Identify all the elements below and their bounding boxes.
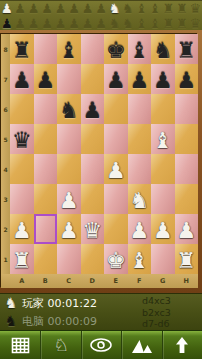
square-h6[interactable] <box>175 94 199 124</box>
square-g2[interactable]: ♟ <box>151 214 175 244</box>
piece-black-rook: ♜ <box>176 38 196 64</box>
captured-white-pawn-icon: ♟ <box>1 2 13 15</box>
tray-slot-white-pawn: ♟ <box>54 1 67 16</box>
rank-label-2: 2 <box>1 214 10 244</box>
piece-white-rook: ♜ <box>12 248 32 274</box>
square-g3[interactable] <box>151 184 175 214</box>
square-d1[interactable] <box>81 244 105 274</box>
rank-label-1: 1 <box>1 244 10 274</box>
square-g8[interactable]: ♞ <box>151 34 175 64</box>
piece-white-bishop: ♝ <box>153 128 173 154</box>
square-e1[interactable]: ♚ <box>104 244 128 274</box>
rank-labels: 87654321 <box>1 34 10 274</box>
knight-icon: ♘ <box>53 337 68 354</box>
ghost-black-bishop-icon: ♝ <box>136 17 148 30</box>
arrow-up-icon <box>175 336 189 354</box>
file-label-f: F <box>128 277 152 285</box>
square-b6[interactable] <box>34 94 58 124</box>
square-a5[interactable]: ♛ <box>10 124 34 154</box>
ghost-white-pawn-icon: ♟ <box>28 2 40 15</box>
rank-label-7: 7 <box>1 64 10 94</box>
tray-slot-black-knight: ♞ <box>121 16 134 31</box>
player-name-and-clock: 电脑 00:00:09 <box>22 314 97 329</box>
square-b2[interactable] <box>34 214 58 244</box>
tray-slot-black-pawn: ♟ <box>81 16 94 31</box>
tray-slot-white-pawn: ♟ <box>94 1 107 16</box>
piece-black-pawn: ♟ <box>12 68 32 94</box>
tray-slot-black-pawn: ♟ <box>40 16 53 31</box>
captured-black-pawn-icon: ♟ <box>1 17 13 30</box>
square-c8[interactable]: ♝ <box>57 34 81 64</box>
piece-black-pawn: ♟ <box>129 68 149 94</box>
tray-slot-white-knight: ♞ <box>108 1 121 16</box>
square-f6[interactable] <box>128 94 152 124</box>
square-g6[interactable] <box>151 94 175 124</box>
square-f4[interactable] <box>128 154 152 184</box>
tray-slot-black-bishop: ♝ <box>148 16 161 31</box>
ghost-black-pawn-icon: ♟ <box>41 17 53 30</box>
square-e8[interactable]: ♚ <box>104 34 128 64</box>
square-a1[interactable]: ♜ <box>10 244 34 274</box>
toolbar-button-grid[interactable] <box>0 331 40 359</box>
piece-white-pawn: ♟ <box>153 218 173 244</box>
ghost-black-pawn-icon: ♟ <box>14 17 26 30</box>
tray-slot-white-pawn: ♟ <box>81 1 94 16</box>
ghost-black-knight-icon: ♞ <box>122 17 134 30</box>
square-h3[interactable] <box>175 184 199 214</box>
square-f2[interactable]: ♟ <box>128 214 152 244</box>
square-d4[interactable] <box>81 154 105 184</box>
ghost-white-bishop-icon: ♝ <box>149 2 161 15</box>
bottom-toolbar: ♘ <box>0 330 202 359</box>
file-labels: ABCDEFGH <box>1 274 198 288</box>
tray-slot-black-pawn: ♟ <box>94 16 107 31</box>
ghost-white-rook-icon: ♜ <box>176 2 188 15</box>
rank-label-4: 4 <box>1 154 10 184</box>
captured-white-knight-icon: ♞ <box>109 2 121 15</box>
ghost-white-bishop-icon: ♝ <box>136 2 148 15</box>
square-h1[interactable]: ♜ <box>175 244 199 274</box>
tray-slot-black-rook: ♜ <box>175 16 188 31</box>
toolbar-button-eye[interactable] <box>81 331 121 359</box>
square-a2[interactable]: ♟ <box>10 214 34 244</box>
tray-slot-black-knight: ♞ <box>108 16 121 31</box>
player-name-and-clock: 玩家 00:01:22 <box>22 296 97 311</box>
square-e6[interactable] <box>104 94 128 124</box>
file-label-a: A <box>10 277 34 285</box>
move-entry: b2xc3 <box>142 307 186 319</box>
piece-black-bishop: ♝ <box>59 38 79 64</box>
piece-black-king: ♚ <box>106 38 126 64</box>
rank-label-6: 6 <box>1 94 10 124</box>
captured-white-row: ♟♟♟♟♟♟♟♟♞♞♝♝♜♜♛ <box>0 1 202 16</box>
square-d8[interactable] <box>81 34 105 64</box>
piece-white-pawn: ♟ <box>59 188 79 214</box>
tray-slot-white-rook: ♜ <box>175 1 188 16</box>
square-c1[interactable] <box>57 244 81 274</box>
triangles-icon <box>131 337 153 354</box>
board-frame: 87654321 ♜♝♚♝♞♜♟♟♟♟♟♟♞♟♛♝♟♟♞♟♟♛♟♟♟♜♚♝♜ A… <box>0 30 202 293</box>
file-label-c: C <box>57 277 81 285</box>
tray-slot-white-pawn: ♟ <box>0 1 13 16</box>
square-f8[interactable]: ♝ <box>128 34 152 64</box>
tray-slot-white-bishop: ♝ <box>148 1 161 16</box>
move-entry: d7-d6 <box>142 318 186 330</box>
ghost-white-pawn-icon: ♟ <box>14 2 26 15</box>
tray-slot-white-queen: ♛ <box>189 1 202 16</box>
tray-slot-black-pawn: ♟ <box>54 16 67 31</box>
game-info-bar: ♞玩家 00:01:22♞电脑 00:00:09 d4xc3b2xc3d7-d6 <box>0 293 202 330</box>
square-b5[interactable] <box>34 124 58 154</box>
tray-slot-black-bishop: ♝ <box>135 16 148 31</box>
ghost-black-bishop-icon: ♝ <box>149 17 161 30</box>
chess-board: 87654321 ♜♝♚♝♞♜♟♟♟♟♟♟♞♟♛♝♟♟♞♟♟♛♟♟♟♜♚♝♜ A… <box>0 33 197 287</box>
square-d7[interactable] <box>81 64 105 94</box>
tray-slot-white-pawn: ♟ <box>13 1 26 16</box>
square-e4[interactable]: ♟ <box>104 154 128 184</box>
tray-slot-white-bishop: ♝ <box>135 1 148 16</box>
piece-black-pawn: ♟ <box>153 68 173 94</box>
grid-icon <box>11 337 30 354</box>
rank-label-3: 3 <box>1 184 10 214</box>
tray-slot-white-knight: ♞ <box>121 1 134 16</box>
piece-white-pawn: ♟ <box>59 218 79 244</box>
piece-black-knight: ♞ <box>153 38 173 64</box>
ghost-black-rook-icon: ♜ <box>163 17 175 30</box>
board-squares: ♜♝♚♝♞♜♟♟♟♟♟♟♞♟♛♝♟♟♞♟♟♛♟♟♟♜♚♝♜ <box>10 34 198 274</box>
square-a4[interactable] <box>10 154 34 184</box>
square-g1[interactable] <box>151 244 175 274</box>
square-g7[interactable]: ♟ <box>151 64 175 94</box>
rank-label-5: 5 <box>1 124 10 154</box>
piece-white-queen: ♛ <box>82 218 102 244</box>
ghost-white-pawn-icon: ♟ <box>41 2 53 15</box>
square-h8[interactable]: ♜ <box>175 34 199 64</box>
square-b8[interactable] <box>34 34 58 64</box>
ghost-white-pawn-icon: ♟ <box>55 2 67 15</box>
square-c3[interactable]: ♟ <box>57 184 81 214</box>
square-d6[interactable]: ♟ <box>81 94 105 124</box>
piece-black-queen: ♛ <box>12 128 32 154</box>
square-b7[interactable]: ♟ <box>34 64 58 94</box>
piece-white-rook: ♜ <box>176 248 196 274</box>
tray-slot-black-pawn: ♟ <box>67 16 80 31</box>
piece-black-knight: ♞ <box>59 98 79 124</box>
square-e3[interactable] <box>104 184 128 214</box>
ghost-black-knight-icon: ♞ <box>109 17 121 30</box>
square-b1[interactable] <box>34 244 58 274</box>
ghost-white-pawn-icon: ♟ <box>95 2 107 15</box>
move-entry: d4xc3 <box>142 295 186 307</box>
square-e5[interactable] <box>104 124 128 154</box>
ghost-white-pawn-icon: ♟ <box>82 2 94 15</box>
white-knight-icon: ♞ <box>3 296 19 310</box>
piece-white-pawn: ♟ <box>129 218 149 244</box>
ghost-black-pawn-icon: ♟ <box>68 17 80 30</box>
piece-black-pawn: ♟ <box>176 68 196 94</box>
square-c5[interactable] <box>57 124 81 154</box>
square-c4[interactable] <box>57 154 81 184</box>
square-b3[interactable] <box>34 184 58 214</box>
square-d5[interactable] <box>81 124 105 154</box>
black-knight-icon: ♞ <box>3 314 19 328</box>
square-c6[interactable]: ♞ <box>57 94 81 124</box>
square-g4[interactable] <box>151 154 175 184</box>
toolbar-button-triangles[interactable] <box>121 331 161 359</box>
square-f3[interactable]: ♞ <box>128 184 152 214</box>
tray-slot-white-pawn: ♟ <box>27 1 40 16</box>
piece-black-pawn: ♟ <box>106 68 126 94</box>
square-f7[interactable]: ♟ <box>128 64 152 94</box>
square-d3[interactable] <box>81 184 105 214</box>
square-a6[interactable] <box>10 94 34 124</box>
ghost-black-queen-icon: ♛ <box>189 17 201 30</box>
square-a3[interactable] <box>10 184 34 214</box>
square-e2[interactable] <box>104 214 128 244</box>
chess-app: ♟♟♟♟♟♟♟♟♞♞♝♝♜♜♛ ♟♟♟♟♟♟♟♟♞♞♝♝♜♜♛ 87654321… <box>0 0 202 359</box>
file-label-g: G <box>151 277 175 285</box>
square-e7[interactable]: ♟ <box>104 64 128 94</box>
tray-slot-white-rook: ♜ <box>162 1 175 16</box>
piece-white-bishop: ♝ <box>129 248 149 274</box>
toolbar-button-knight[interactable]: ♘ <box>40 331 80 359</box>
tray-slot-white-pawn: ♟ <box>40 1 53 16</box>
tray-slot-black-pawn: ♟ <box>27 16 40 31</box>
ghost-black-pawn-icon: ♟ <box>28 17 40 30</box>
ghost-black-rook-icon: ♜ <box>176 17 188 30</box>
ghost-black-pawn-icon: ♟ <box>55 17 67 30</box>
piece-white-pawn: ♟ <box>106 158 126 184</box>
piece-white-pawn: ♟ <box>176 218 196 244</box>
rank-label-8: 8 <box>1 34 10 64</box>
square-d2[interactable]: ♛ <box>81 214 105 244</box>
square-a8[interactable]: ♜ <box>10 34 34 64</box>
ghost-white-pawn-icon: ♟ <box>68 2 80 15</box>
square-c7[interactable] <box>57 64 81 94</box>
square-h2[interactable]: ♟ <box>175 214 199 244</box>
file-label-h: H <box>175 277 199 285</box>
eye-icon <box>89 337 113 353</box>
square-c2[interactable]: ♟ <box>57 214 81 244</box>
square-f5[interactable] <box>128 124 152 154</box>
ghost-black-pawn-icon: ♟ <box>95 17 107 30</box>
tray-slot-white-pawn: ♟ <box>67 1 80 16</box>
square-f1[interactable]: ♝ <box>128 244 152 274</box>
file-label-d: D <box>81 277 105 285</box>
toolbar-button-arrow-up[interactable] <box>162 331 202 359</box>
file-label-e: E <box>104 277 128 285</box>
piece-black-pawn: ♟ <box>82 98 102 124</box>
captured-black-row: ♟♟♟♟♟♟♟♟♞♞♝♝♜♜♛ <box>0 16 202 31</box>
square-b4[interactable] <box>34 154 58 184</box>
ghost-white-knight-icon: ♞ <box>122 2 134 15</box>
piece-black-bishop: ♝ <box>129 38 149 64</box>
square-h5[interactable] <box>175 124 199 154</box>
square-g5[interactable]: ♝ <box>151 124 175 154</box>
ghost-black-pawn-icon: ♟ <box>82 17 94 30</box>
captured-pieces-tray: ♟♟♟♟♟♟♟♟♞♞♝♝♜♜♛ ♟♟♟♟♟♟♟♟♞♞♝♝♜♜♛ <box>0 0 202 30</box>
piece-white-king: ♚ <box>106 248 126 274</box>
piece-black-pawn: ♟ <box>35 68 55 94</box>
piece-white-knight: ♞ <box>129 188 149 214</box>
tray-slot-black-pawn: ♟ <box>13 16 26 31</box>
square-h7[interactable]: ♟ <box>175 64 199 94</box>
move-list: d4xc3b2xc3d7-d6 <box>142 295 186 330</box>
piece-black-rook: ♜ <box>12 38 32 64</box>
file-label-b: B <box>34 277 58 285</box>
tray-slot-black-queen: ♛ <box>189 16 202 31</box>
square-a7[interactable]: ♟ <box>10 64 34 94</box>
tray-slot-black-rook: ♜ <box>162 16 175 31</box>
ghost-white-queen-icon: ♛ <box>189 2 201 15</box>
ghost-white-rook-icon: ♜ <box>163 2 175 15</box>
piece-white-pawn: ♟ <box>12 218 32 244</box>
tray-slot-black-pawn: ♟ <box>0 16 13 31</box>
square-h4[interactable] <box>175 154 199 184</box>
